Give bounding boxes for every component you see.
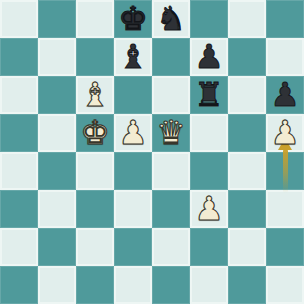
square-b7[interactable]	[38, 38, 76, 76]
piece-white-pawn-h5[interactable]: ♟	[270, 114, 300, 152]
piece-black-king-d8[interactable]: ♚	[118, 0, 148, 38]
square-a8[interactable]	[0, 0, 38, 38]
square-a3[interactable]	[0, 190, 38, 228]
square-g3[interactable]	[228, 190, 266, 228]
square-h7[interactable]	[266, 38, 304, 76]
square-h4[interactable]	[266, 152, 304, 190]
piece-white-king-c5[interactable]: ♚	[80, 114, 110, 152]
square-b4[interactable]	[38, 152, 76, 190]
square-e1[interactable]	[152, 266, 190, 304]
square-c2[interactable]	[76, 228, 114, 266]
square-f2[interactable]	[190, 228, 228, 266]
square-a1[interactable]	[0, 266, 38, 304]
square-d5[interactable]: ♟	[114, 114, 152, 152]
square-c7[interactable]	[76, 38, 114, 76]
square-b8[interactable]	[38, 0, 76, 38]
square-a2[interactable]	[0, 228, 38, 266]
square-h5[interactable]: ♟	[266, 114, 304, 152]
square-e4[interactable]	[152, 152, 190, 190]
square-c4[interactable]	[76, 152, 114, 190]
square-a5[interactable]	[0, 114, 38, 152]
square-g4[interactable]	[228, 152, 266, 190]
square-f7[interactable]: ♟	[190, 38, 228, 76]
square-b1[interactable]	[38, 266, 76, 304]
square-f3[interactable]: ♟	[190, 190, 228, 228]
square-g6[interactable]	[228, 76, 266, 114]
square-h1[interactable]	[266, 266, 304, 304]
square-g5[interactable]	[228, 114, 266, 152]
square-b2[interactable]	[38, 228, 76, 266]
square-g2[interactable]	[228, 228, 266, 266]
piece-black-pawn-h6[interactable]: ♟	[270, 76, 300, 114]
square-f6[interactable]: ♜	[190, 76, 228, 114]
piece-black-bishop-d7[interactable]: ♝	[118, 38, 148, 76]
square-d7[interactable]: ♝	[114, 38, 152, 76]
square-g8[interactable]	[228, 0, 266, 38]
square-f1[interactable]	[190, 266, 228, 304]
square-d8[interactable]: ♚	[114, 0, 152, 38]
square-d4[interactable]	[114, 152, 152, 190]
square-d2[interactable]	[114, 228, 152, 266]
piece-white-pawn-d5[interactable]: ♟	[118, 114, 148, 152]
square-b3[interactable]	[38, 190, 76, 228]
square-c8[interactable]	[76, 0, 114, 38]
square-e6[interactable]	[152, 76, 190, 114]
square-c3[interactable]	[76, 190, 114, 228]
square-h6[interactable]: ♟	[266, 76, 304, 114]
square-a7[interactable]	[0, 38, 38, 76]
chess-board: ♚♞♝♟♝♜♟♚♟♛♟♟	[0, 0, 304, 304]
piece-white-bishop-c6[interactable]: ♝	[80, 76, 110, 114]
square-e8[interactable]: ♞	[152, 0, 190, 38]
square-e2[interactable]	[152, 228, 190, 266]
square-g7[interactable]	[228, 38, 266, 76]
piece-black-pawn-f7[interactable]: ♟	[194, 38, 224, 76]
square-h8[interactable]	[266, 0, 304, 38]
square-a4[interactable]	[0, 152, 38, 190]
square-e5[interactable]: ♛	[152, 114, 190, 152]
square-d6[interactable]	[114, 76, 152, 114]
square-c6[interactable]: ♝	[76, 76, 114, 114]
square-h2[interactable]	[266, 228, 304, 266]
square-g1[interactable]	[228, 266, 266, 304]
square-b6[interactable]	[38, 76, 76, 114]
square-d1[interactable]	[114, 266, 152, 304]
piece-white-pawn-f3[interactable]: ♟	[194, 190, 224, 228]
square-e7[interactable]	[152, 38, 190, 76]
square-d3[interactable]	[114, 190, 152, 228]
piece-white-queen-e5[interactable]: ♛	[156, 114, 186, 152]
piece-black-knight-e8[interactable]: ♞	[156, 0, 186, 38]
square-c1[interactable]	[76, 266, 114, 304]
square-a6[interactable]	[0, 76, 38, 114]
square-b5[interactable]	[38, 114, 76, 152]
square-c5[interactable]: ♚	[76, 114, 114, 152]
square-f8[interactable]	[190, 0, 228, 38]
square-e3[interactable]	[152, 190, 190, 228]
square-f5[interactable]	[190, 114, 228, 152]
square-f4[interactable]	[190, 152, 228, 190]
piece-black-rook-f6[interactable]: ♜	[194, 76, 224, 114]
square-h3[interactable]	[266, 190, 304, 228]
